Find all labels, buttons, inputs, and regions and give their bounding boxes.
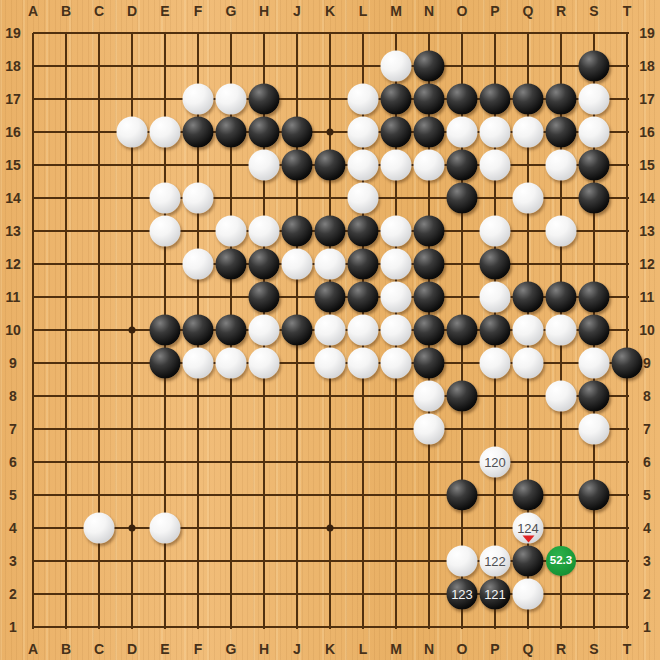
go-stone-white[interactable]	[216, 84, 247, 115]
go-stone-white[interactable]	[381, 150, 412, 181]
star-point	[129, 525, 136, 532]
go-stone-white[interactable]	[315, 249, 346, 280]
go-stone-white[interactable]	[249, 216, 280, 247]
coordinate-label-top: P	[490, 3, 499, 19]
grid-line-horizontal	[33, 32, 629, 34]
go-stone-black[interactable]	[282, 216, 313, 247]
go-stone-black[interactable]	[414, 117, 445, 148]
go-stone-white[interactable]: 120	[480, 447, 511, 478]
star-point	[327, 525, 334, 532]
go-stone-black[interactable]	[150, 348, 181, 379]
coordinate-label-left: 10	[5, 322, 21, 338]
go-stone-black[interactable]	[546, 84, 577, 115]
go-stone-black[interactable]	[513, 282, 544, 313]
coordinate-label-left: 19	[5, 25, 21, 41]
coordinate-label-top: R	[556, 3, 566, 19]
go-stone-black[interactable]	[183, 315, 214, 346]
coordinate-label-left: 8	[9, 388, 17, 404]
coordinate-label-right: 11	[640, 289, 655, 305]
go-stone-black[interactable]	[348, 216, 379, 247]
go-stone-white[interactable]	[150, 117, 181, 148]
go-stone-white[interactable]	[480, 216, 511, 247]
coordinate-label-right: 10	[639, 322, 655, 338]
coordinate-label-left: 15	[5, 157, 21, 173]
coordinate-label-top: T	[623, 3, 632, 19]
grid-line-horizontal	[33, 461, 629, 463]
coordinate-label-left: 2	[9, 586, 17, 602]
go-stone-white[interactable]	[480, 348, 511, 379]
coordinate-label-left: 14	[5, 190, 21, 206]
go-stone-white[interactable]	[381, 348, 412, 379]
go-stone-black[interactable]: 123	[447, 579, 478, 610]
go-stone-white[interactable]	[150, 513, 181, 544]
go-stone-white[interactable]	[216, 348, 247, 379]
coordinate-label-bottom: E	[160, 641, 169, 657]
go-stone-white[interactable]	[348, 183, 379, 214]
go-stone-white[interactable]	[216, 216, 247, 247]
coordinate-label-bottom: J	[293, 641, 301, 657]
go-stone-white[interactable]	[480, 150, 511, 181]
coordinate-label-bottom: T	[623, 641, 632, 657]
coordinate-label-top: L	[359, 3, 368, 19]
go-stone-white[interactable]	[546, 150, 577, 181]
grid-line-horizontal	[33, 428, 629, 430]
go-stone-black[interactable]	[282, 150, 313, 181]
go-stone-white[interactable]	[183, 84, 214, 115]
go-stone-black[interactable]	[282, 315, 313, 346]
coordinate-label-right: 3	[643, 553, 651, 569]
coordinate-label-top: Q	[523, 3, 534, 19]
go-stone-white[interactable]	[183, 249, 214, 280]
last-move-triangle-icon	[522, 536, 534, 543]
coordinate-label-right: 19	[639, 25, 655, 41]
coordinate-label-top: J	[293, 3, 301, 19]
go-stone-black[interactable]	[447, 84, 478, 115]
go-stone-black[interactable]	[414, 249, 445, 280]
go-stone-black[interactable]	[315, 216, 346, 247]
go-stone-white[interactable]	[84, 513, 115, 544]
coordinate-label-left: 9	[9, 355, 17, 371]
coordinate-label-right: 6	[643, 454, 651, 470]
coordinate-label-bottom: D	[127, 641, 137, 657]
go-stone-white[interactable]	[282, 249, 313, 280]
coordinate-label-bottom: M	[390, 641, 402, 657]
coordinate-label-right: 4	[643, 520, 651, 536]
coordinate-label-bottom: K	[325, 641, 335, 657]
coordinate-label-right: 2	[643, 586, 651, 602]
go-stone-black[interactable]	[249, 282, 280, 313]
coordinate-label-top: B	[61, 3, 71, 19]
go-stone-black[interactable]	[579, 150, 610, 181]
grid-line-horizontal	[33, 395, 629, 397]
coordinate-label-bottom: N	[424, 641, 434, 657]
go-stone-white[interactable]	[348, 117, 379, 148]
coordinate-label-top: A	[28, 3, 38, 19]
go-stone-white[interactable]	[546, 216, 577, 247]
go-stone-white[interactable]	[480, 282, 511, 313]
coordinate-label-right: 17	[639, 91, 655, 107]
go-stone-white[interactable]	[348, 150, 379, 181]
go-stone-white[interactable]	[117, 117, 148, 148]
coordinate-label-top: D	[127, 3, 137, 19]
go-stone-white[interactable]	[348, 315, 379, 346]
go-stone-black[interactable]	[546, 117, 577, 148]
coordinate-label-bottom: B	[61, 641, 71, 657]
go-stone-black[interactable]	[579, 381, 610, 412]
go-stone-black[interactable]	[579, 51, 610, 82]
go-stone-black[interactable]	[579, 282, 610, 313]
coordinate-label-top: N	[424, 3, 434, 19]
coordinate-label-left: 5	[9, 487, 17, 503]
go-stone-white[interactable]	[249, 348, 280, 379]
coordinate-label-left: 18	[5, 58, 21, 74]
go-stone-black[interactable]	[315, 282, 346, 313]
go-stone-black[interactable]	[480, 315, 511, 346]
coordinate-label-bottom: O	[457, 641, 468, 657]
go-stone-white[interactable]	[579, 84, 610, 115]
grid-line-vertical	[65, 33, 67, 629]
go-stone-white[interactable]	[546, 315, 577, 346]
go-stone-black[interactable]: 121	[480, 579, 511, 610]
go-stone-white[interactable]	[414, 414, 445, 445]
go-stone-white[interactable]: 122	[480, 546, 511, 577]
go-stone-white[interactable]	[414, 150, 445, 181]
go-stone-black[interactable]	[315, 150, 346, 181]
go-stone-black[interactable]	[348, 282, 379, 313]
coordinate-label-bottom: P	[490, 641, 499, 657]
analysis-score-badge[interactable]: 52.3	[546, 546, 576, 576]
go-stone-white[interactable]: 124	[513, 513, 544, 544]
go-stone-white[interactable]	[513, 183, 544, 214]
go-stone-black[interactable]	[513, 480, 544, 511]
go-stone-white[interactable]	[249, 150, 280, 181]
go-stone-black[interactable]	[249, 249, 280, 280]
move-number-label: 121	[484, 588, 506, 601]
go-stone-white[interactable]	[480, 117, 511, 148]
go-stone-black[interactable]	[447, 480, 478, 511]
go-stone-black[interactable]	[447, 183, 478, 214]
coordinate-label-top: F	[194, 3, 203, 19]
move-number-label: 123	[451, 588, 473, 601]
coordinate-label-bottom: G	[226, 641, 237, 657]
coordinate-label-left: 7	[9, 421, 17, 437]
coordinate-label-right: 1	[643, 619, 651, 635]
move-number-label: 120	[484, 456, 506, 469]
go-stone-white[interactable]	[381, 249, 412, 280]
move-number-label: 124	[517, 522, 539, 535]
go-stone-black[interactable]	[348, 249, 379, 280]
coordinate-label-top: C	[94, 3, 104, 19]
coordinate-label-right: 15	[639, 157, 655, 173]
go-stone-black[interactable]	[414, 282, 445, 313]
go-stone-black[interactable]	[447, 150, 478, 181]
coordinate-label-right: 9	[643, 355, 651, 371]
go-stone-black[interactable]	[216, 117, 247, 148]
coordinate-label-bottom: F	[194, 641, 203, 657]
go-stone-white[interactable]	[183, 183, 214, 214]
go-stone-black[interactable]	[282, 117, 313, 148]
go-stone-black[interactable]	[513, 84, 544, 115]
go-stone-white[interactable]	[315, 348, 346, 379]
coordinate-label-left: 6	[9, 454, 17, 470]
go-stone-white[interactable]	[348, 84, 379, 115]
coordinate-label-top: E	[160, 3, 169, 19]
coordinate-label-bottom: A	[28, 641, 38, 657]
coordinate-label-right: 5	[643, 487, 651, 503]
coordinate-label-right: 13	[639, 223, 655, 239]
coordinate-label-bottom: H	[259, 641, 269, 657]
coordinate-label-right: 8	[643, 388, 651, 404]
go-stone-black[interactable]	[480, 249, 511, 280]
grid-line-horizontal	[33, 65, 629, 67]
grid-line-vertical	[626, 33, 628, 629]
move-number-label: 122	[484, 555, 506, 568]
coordinate-label-top: H	[259, 3, 269, 19]
go-stone-white[interactable]	[249, 315, 280, 346]
go-stone-black[interactable]	[447, 381, 478, 412]
go-stone-black[interactable]	[579, 480, 610, 511]
go-stone-black[interactable]	[546, 282, 577, 313]
go-stone-black[interactable]	[447, 315, 478, 346]
go-stone-black[interactable]	[150, 315, 181, 346]
coordinate-label-right: 7	[643, 421, 651, 437]
go-stone-white[interactable]	[546, 381, 577, 412]
go-stone-white[interactable]	[579, 117, 610, 148]
go-stone-black[interactable]	[414, 216, 445, 247]
grid-line-vertical	[32, 33, 34, 629]
go-stone-white[interactable]	[447, 546, 478, 577]
coordinate-label-top: M	[390, 3, 402, 19]
go-stone-black[interactable]	[480, 84, 511, 115]
go-stone-white[interactable]	[513, 348, 544, 379]
go-stone-black[interactable]	[249, 117, 280, 148]
go-stone-white[interactable]	[414, 381, 445, 412]
coordinate-label-right: 14	[639, 190, 655, 206]
go-stone-black[interactable]	[381, 84, 412, 115]
go-stone-white[interactable]	[381, 315, 412, 346]
go-stone-white[interactable]	[579, 414, 610, 445]
go-stone-white[interactable]	[579, 348, 610, 379]
coordinate-label-left: 3	[9, 553, 17, 569]
coordinate-label-bottom: S	[589, 641, 598, 657]
coordinate-label-top: S	[589, 3, 598, 19]
go-stone-black[interactable]	[414, 84, 445, 115]
go-stone-black[interactable]	[183, 117, 214, 148]
go-stone-black[interactable]	[414, 348, 445, 379]
coordinate-label-left: 17	[5, 91, 21, 107]
coordinate-label-top: G	[226, 3, 237, 19]
go-stone-white[interactable]	[150, 183, 181, 214]
go-stone-white[interactable]	[513, 579, 544, 610]
go-stone-white[interactable]	[381, 216, 412, 247]
go-stone-white[interactable]	[348, 348, 379, 379]
coordinate-label-bottom: L	[359, 641, 368, 657]
analysis-score-value: 52.3	[550, 555, 572, 567]
go-stone-white[interactable]	[381, 282, 412, 313]
coordinate-label-bottom: C	[94, 641, 104, 657]
go-stone-white[interactable]	[513, 315, 544, 346]
go-stone-black[interactable]	[579, 315, 610, 346]
coordinate-label-top: O	[457, 3, 468, 19]
coordinate-label-bottom: Q	[523, 641, 534, 657]
go-stone-black[interactable]	[381, 117, 412, 148]
go-stone-black[interactable]	[513, 546, 544, 577]
go-stone-black[interactable]	[579, 183, 610, 214]
go-stone-white[interactable]	[183, 348, 214, 379]
go-stone-white[interactable]	[150, 216, 181, 247]
go-stone-white[interactable]	[381, 51, 412, 82]
go-stone-black[interactable]	[216, 249, 247, 280]
coordinate-label-left: 11	[6, 289, 21, 305]
coordinate-label-right: 12	[639, 256, 655, 272]
go-stone-black[interactable]	[414, 51, 445, 82]
go-stone-black[interactable]	[249, 84, 280, 115]
coordinate-label-right: 16	[639, 124, 655, 140]
go-stone-white[interactable]	[513, 117, 544, 148]
coordinate-label-left: 1	[9, 619, 17, 635]
go-stone-black[interactable]	[414, 315, 445, 346]
coordinate-label-right: 18	[639, 58, 655, 74]
go-stone-white[interactable]	[315, 315, 346, 346]
star-point	[129, 327, 136, 334]
coordinate-label-left: 12	[5, 256, 21, 272]
coordinate-label-bottom: R	[556, 641, 566, 657]
coordinate-label-left: 16	[5, 124, 21, 140]
go-stone-black[interactable]	[216, 315, 247, 346]
coordinate-label-left: 13	[5, 223, 21, 239]
go-stone-black[interactable]	[612, 348, 643, 379]
go-board[interactable]: AABBCCDDEEFFGGHHJJKKLLMMNNOOPPQQRRSSTT19…	[0, 0, 660, 660]
go-stone-white[interactable]	[447, 117, 478, 148]
coordinate-label-left: 4	[9, 520, 17, 536]
coordinate-label-top: K	[325, 3, 335, 19]
grid-line-horizontal	[33, 626, 629, 628]
star-point	[327, 129, 334, 136]
